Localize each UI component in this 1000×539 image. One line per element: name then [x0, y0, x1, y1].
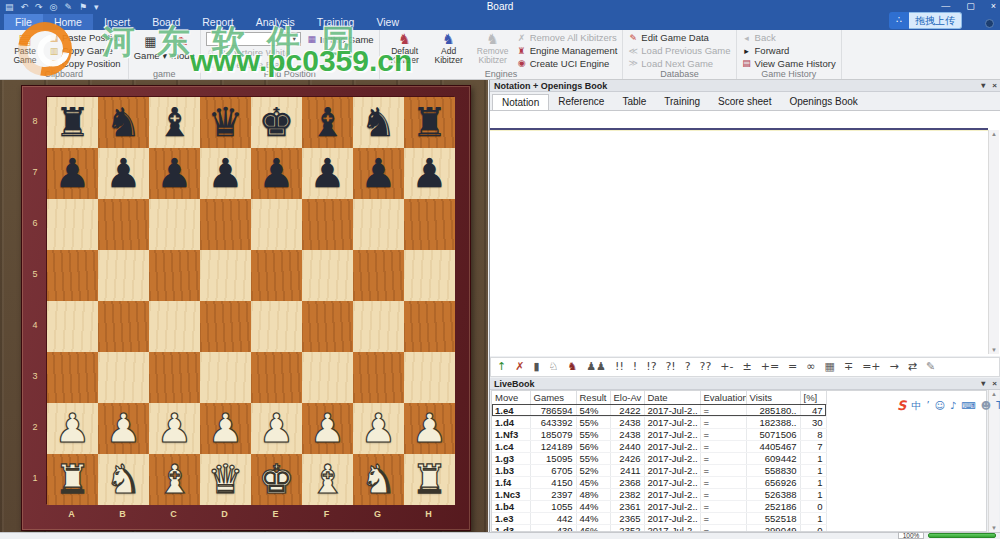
cell-date: 2017-Jul-2..: [644, 440, 700, 452]
square-c4[interactable]: [149, 301, 200, 352]
square-e3[interactable]: [251, 352, 302, 403]
cell-date: 2017-Jul-2..: [644, 512, 700, 524]
ribbon-groups: ▤Paste Game▦Paste Position▥Copy Game▨Cop…: [0, 30, 1000, 79]
square-h7[interactable]: ♟: [404, 148, 455, 199]
create-uci-engine-button[interactable]: ◉Create UCI Engine: [517, 57, 618, 69]
repertoire-white-button[interactable]: ♘Repertoire White: [206, 47, 374, 58]
file-label-h: H: [403, 509, 454, 519]
cell-visits: 285180..: [746, 404, 800, 416]
cell-result: 44%: [576, 512, 610, 524]
square-b2[interactable]: ♟: [98, 403, 149, 454]
white-pawn-piece: ♟: [200, 403, 251, 454]
sogou-logo[interactable]: S: [897, 398, 906, 414]
load-next-game-button[interactable]: ≫Load Next Game: [628, 57, 730, 69]
cell-result: 46%: [576, 524, 610, 532]
ribbon-tab-board[interactable]: Board: [141, 14, 191, 30]
emoji-icon[interactable]: ☺: [935, 398, 945, 414]
scroll-up-icon[interactable]: ▲: [989, 131, 999, 137]
tab-table[interactable]: Table: [613, 94, 655, 110]
file-label-d: D: [199, 509, 250, 519]
black-king-piece: ♚: [251, 97, 302, 148]
black-pawn-piece: ♟: [47, 148, 98, 199]
cell-: 7: [800, 440, 826, 452]
scroll-up-icon[interactable]: ▲: [989, 391, 999, 397]
white-better-icon[interactable]: ±: [742, 358, 751, 376]
cell-elo-av: 2361: [610, 500, 644, 512]
square-d3[interactable]: [200, 352, 251, 403]
square-h3[interactable]: [404, 352, 455, 403]
remove-kibitzer-button[interactable]: ♞Remove Kibitzer: [473, 32, 513, 69]
black-pawn-piece: ♟: [98, 148, 149, 199]
square-a2[interactable]: ♟: [47, 403, 98, 454]
notation-pane[interactable]: ▲ ▼: [490, 110, 1000, 356]
cell-date: 2017-Jul-2..: [644, 452, 700, 464]
forward-button[interactable]: ▸Forward: [742, 45, 836, 57]
rank-label-7: 7: [29, 147, 41, 198]
cell-games: 439: [530, 524, 576, 532]
file-label-b: B: [97, 509, 148, 519]
black-bishop-piece: ♝: [149, 97, 200, 148]
cell-date: 2017-Jul-2..: [644, 404, 700, 416]
paste-game-button[interactable]: ▤Paste Game: [5, 32, 45, 69]
square-f8[interactable]: ♝: [302, 97, 353, 148]
panel-collapse-icon[interactable]: ▾: [981, 80, 985, 91]
add-kibitzer-button[interactable]: ♞Add Kibitzer: [429, 32, 469, 69]
copy-position-button[interactable]: ▨Copy Position: [49, 57, 123, 69]
square-h2[interactable]: ♟: [404, 403, 455, 454]
cell-: 47: [800, 404, 826, 416]
interesting-move-icon[interactable]: !?: [646, 358, 656, 376]
square-b5[interactable]: [98, 250, 149, 301]
edit-game-data-icon: ✎: [628, 33, 638, 43]
scroll-down-icon[interactable]: ▼: [989, 347, 999, 353]
square-d1[interactable]: ♛: [200, 454, 251, 505]
square-a8[interactable]: ♜: [47, 97, 98, 148]
livebook-close-icon[interactable]: ×: [992, 378, 997, 389]
edit-game-data-button[interactable]: ✎Edit Game Data: [628, 32, 730, 44]
white-pawn-piece: ♟: [353, 403, 404, 454]
table-row[interactable]: 1.g31509555%24262017-Jul-2..=6094421: [492, 452, 826, 464]
cell-date: 2017-Jul-2..: [644, 500, 700, 512]
black-better-icon[interactable]: ∓: [844, 358, 853, 376]
tab-notation[interactable]: Notation: [492, 94, 549, 110]
cell-games: 6705: [530, 464, 576, 476]
cell-date: 2017-Jul-2..: [644, 524, 700, 532]
cell-: 1: [800, 464, 826, 476]
white-bishop-piece: ♝: [302, 454, 353, 505]
punctuation-icon[interactable]: ’: [926, 398, 929, 414]
square-f5[interactable]: [302, 250, 353, 301]
default-kibitzer-button[interactable]: ♞Default Kibitzer: [385, 32, 425, 69]
square-c2[interactable]: ♟: [149, 403, 200, 454]
square-e5[interactable]: [251, 250, 302, 301]
square-b3[interactable]: [98, 352, 149, 403]
equal-icon[interactable]: =: [788, 358, 797, 376]
copy-position-icon: ▨: [49, 58, 59, 68]
square-b7[interactable]: ♟: [98, 148, 149, 199]
black-rook-piece: ♜: [404, 97, 455, 148]
white-piece-icon[interactable]: ♘: [549, 358, 559, 376]
status-bar: 100%: [0, 532, 1000, 539]
square-g4[interactable]: [353, 301, 404, 352]
square-h6[interactable]: [404, 199, 455, 250]
cell-visits: 609442: [746, 452, 800, 464]
in-this-game-button[interactable]: ▦In this Game: [307, 33, 374, 45]
rank-label-2: 2: [29, 402, 41, 453]
cell-move: 1.Nc3: [492, 488, 530, 500]
square-h1[interactable]: ♜: [404, 454, 455, 505]
table-row[interactable]: 1.Nc3239748%23822017-Jul-2..=5263881: [492, 488, 826, 500]
ribbon-group-label: Find Position: [201, 69, 379, 79]
sogou-ime-toolbar: S中’☺♪⌨☻T⚒: [894, 398, 1000, 414]
board-eval-icon[interactable]: ▦: [825, 358, 835, 376]
black-knight-piece: ♞: [353, 97, 404, 148]
remove-all-kibitzers-button[interactable]: ✗Remove All Kibitzers: [517, 32, 618, 44]
table-row[interactable]: 1.e344244%23652017-Jul-2..=5525181: [492, 512, 826, 524]
cell-result: 56%: [576, 440, 610, 452]
cell-visits: 526388: [746, 488, 800, 500]
engine-management-button[interactable]: ♜Engine Management: [517, 45, 618, 57]
livebook-title-bar: LiveBook ▾ ×: [490, 378, 1000, 390]
square-g3[interactable]: [353, 352, 404, 403]
ribbon-tab-file[interactable]: File: [4, 14, 43, 30]
ribbon-tab-insert[interactable]: Insert: [93, 14, 141, 30]
tab-reference[interactable]: Reference: [549, 94, 613, 110]
square-a5[interactable]: [47, 250, 98, 301]
black-slightly-better-icon[interactable]: =+: [862, 358, 880, 376]
file-label-g: G: [352, 509, 403, 519]
mode-button[interactable]: ✎mode: [171, 32, 195, 69]
square-e1[interactable]: ♚: [251, 454, 302, 505]
ribbon-group-label: Clipboard: [0, 69, 128, 79]
column-header-date[interactable]: Date: [644, 391, 700, 404]
cell-date: 2017-Jul-2..: [644, 476, 700, 488]
view-game-history-button[interactable]: ▤View Game History: [742, 57, 836, 69]
ribbon-tab-training[interactable]: Training: [306, 14, 366, 30]
square-b6[interactable]: [98, 199, 149, 250]
notation-panel: Notation + Openings Book ▾ × NotationRef…: [489, 80, 1000, 532]
cell-elo-av: 2382: [610, 488, 644, 500]
black-bishop-piece: ♝: [302, 97, 353, 148]
white-winning-icon[interactable]: +-: [720, 358, 733, 376]
good-move-icon[interactable]: !: [633, 358, 637, 376]
square-d7[interactable]: ♟: [200, 148, 251, 199]
paste-game-icon: ▤: [18, 32, 31, 47]
game-menu-button[interactable]: ▦Game ▾: [134, 32, 167, 69]
square-d2[interactable]: ♟: [200, 403, 251, 454]
cell-result: 54%: [576, 404, 610, 416]
board-squares: ♜♞♝♛♚♝♞♜♟♟♟♟♟♟♟♟♟♟♟♟♟♟♟♟♜♞♝♛♚♝♞♜: [46, 96, 454, 504]
copy-game-button[interactable]: ▥Copy Game: [49, 45, 123, 57]
cell-visits: 552518: [746, 512, 800, 524]
upload-cluster-icon: ∴: [889, 12, 909, 29]
white-rook-piece: ♜: [404, 454, 455, 505]
panel-tabs: NotationReferenceTableTrainingScore shee…: [490, 92, 1000, 110]
skin-icon[interactable]: ☻: [981, 398, 991, 414]
cell-: 1: [800, 452, 826, 464]
square-e2[interactable]: ♟: [251, 403, 302, 454]
cell-result: 52%: [576, 464, 610, 476]
cell-: 0: [800, 500, 826, 512]
night-mode-icon[interactable]: T: [996, 398, 1000, 414]
cell-move: 1.d4: [492, 416, 530, 428]
variations-icon[interactable]: ♟♟: [586, 358, 606, 376]
square-e4[interactable]: [251, 301, 302, 352]
eraser-icon[interactable]: ✎: [926, 358, 935, 376]
upload-button-label: 拖拽上传: [909, 12, 962, 29]
ribbon-group-clipboard: ▤Paste Game▦Paste Position▥Copy Game▨Cop…: [0, 30, 129, 79]
restore-button[interactable]: ▢: [966, 0, 975, 13]
table-row[interactable]: 1.b4105544%23612017-Jul-2..=2521860: [492, 500, 826, 512]
position-search-combobox[interactable]: ▾: [206, 32, 301, 46]
white-pawn-piece: ♟: [251, 403, 302, 454]
progress-bar: [928, 533, 996, 538]
cell-date: 2017-Jul-2..: [644, 488, 700, 500]
black-pawn-piece: ♟: [302, 148, 353, 199]
square-d4[interactable]: [200, 301, 251, 352]
square-b8[interactable]: ♞: [98, 97, 149, 148]
square-h4[interactable]: [404, 301, 455, 352]
previous-game-icon: ≪: [628, 46, 638, 56]
cell-evaluation: =: [700, 464, 746, 476]
remove-kibitzer-icon: ♞: [486, 32, 499, 47]
cell-evaluation: =: [700, 524, 746, 532]
square-e6[interactable]: [251, 199, 302, 250]
cell-elo-av: 2411: [610, 464, 644, 476]
close-button[interactable]: ×: [991, 0, 996, 13]
game-header-separator: [490, 128, 988, 130]
game-history-icon: ▤: [742, 58, 752, 68]
back-button[interactable]: ◂Back: [742, 32, 836, 44]
column-header-elo-av[interactable]: Elo-Av: [610, 391, 644, 404]
square-g5[interactable]: [353, 250, 404, 301]
titlebar: ▤↶↷◎✎⚑▾ Board —▢×: [0, 0, 1000, 14]
rank-label-1: 1: [29, 453, 41, 504]
cell-: 0: [800, 524, 826, 532]
ribbon-group-database: ✎Edit Game Data≪Load Previous Game≫Load …: [623, 30, 736, 79]
cell-: 30: [800, 416, 826, 428]
column-header-move[interactable]: Move: [492, 391, 530, 404]
counterplay-icon[interactable]: ⇄: [908, 358, 917, 376]
drag-upload-button[interactable]: ∴ 拖拽上传: [889, 12, 962, 29]
window-title: Board: [0, 1, 1000, 12]
ribbon-group-label: game: [129, 69, 200, 79]
cell-date: 2017-Jul-2..: [644, 464, 700, 476]
column-header-visits[interactable]: Visits: [746, 391, 800, 404]
file-label-a: A: [46, 509, 97, 519]
tab-score-sheet[interactable]: Score sheet: [709, 94, 780, 110]
cell-evaluation: =: [700, 512, 746, 524]
panel-close-icon[interactable]: ×: [992, 80, 997, 91]
repertoire-white-icon: ♘: [206, 48, 216, 58]
cell-visits: 4405467: [746, 440, 800, 452]
annotation-toolbar: ↑✗▮♘♞♟♟!!!!??!???+-±+==∞▦∓=+→⇄✎: [490, 357, 1000, 377]
square-f1[interactable]: ♝: [302, 454, 353, 505]
black-knight-piece: ♞: [98, 97, 149, 148]
square-g8[interactable]: ♞: [353, 97, 404, 148]
cell-games: 4150: [530, 476, 576, 488]
load-previous-game-button[interactable]: ≪Load Previous Game: [628, 45, 730, 57]
square-d8[interactable]: ♛: [200, 97, 251, 148]
table-row[interactable]: 1.e478659454%24222017-Jul-2..=285180..47: [492, 404, 826, 416]
square-c7[interactable]: ♟: [149, 148, 200, 199]
black-pawn-piece: ♟: [353, 148, 404, 199]
square-f3[interactable]: [302, 352, 353, 403]
white-queen-piece: ♛: [200, 454, 251, 505]
insert-move-icon[interactable]: ▮: [533, 358, 539, 376]
livebook-title: LiveBook: [494, 379, 535, 389]
cell-visits: 299049: [746, 524, 800, 532]
livebook-collapse-icon[interactable]: ▾: [981, 378, 985, 389]
rank-label-5: 5: [29, 249, 41, 300]
square-g1[interactable]: ♞: [353, 454, 404, 505]
promote-variation-icon[interactable]: ↑: [497, 358, 506, 376]
ribbon-tab-report[interactable]: Report: [191, 14, 245, 30]
square-e8[interactable]: ♚: [251, 97, 302, 148]
black-piece-icon[interactable]: ♞: [567, 358, 577, 376]
tab-training[interactable]: Training: [655, 94, 709, 110]
panel-title-bar: Notation + Openings Book ▾ ×: [490, 80, 1000, 92]
square-c8[interactable]: ♝: [149, 97, 200, 148]
white-king-piece: ♚: [251, 454, 302, 505]
square-f2[interactable]: ♟: [302, 403, 353, 454]
tab-openings-book[interactable]: Openings Book: [780, 94, 866, 110]
square-g2[interactable]: ♟: [353, 403, 404, 454]
square-h5[interactable]: [404, 250, 455, 301]
cell-games: 2397: [530, 488, 576, 500]
square-c6[interactable]: [149, 199, 200, 250]
square-h8[interactable]: ♜: [404, 97, 455, 148]
chevron-down-icon[interactable]: ▾: [288, 33, 300, 45]
ribbon-group-game-history: ◂Back▸Forward▤View Game HistoryGame Hist…: [737, 30, 842, 79]
square-c5[interactable]: [149, 250, 200, 301]
uci-engine-icon: ◉: [517, 58, 527, 68]
white-pawn-piece: ♟: [149, 403, 200, 454]
zoom-level: 100%: [898, 532, 924, 539]
column-header-games[interactable]: Games: [530, 391, 576, 404]
table-row[interactable]: 1.d464339255%24382017-Jul-2..=182388..30: [492, 416, 826, 428]
cell-result: 45%: [576, 476, 610, 488]
chinese-english-icon[interactable]: 中: [911, 398, 921, 414]
square-e7[interactable]: ♟: [251, 148, 302, 199]
cell-date: 2017-Jul-2..: [644, 428, 700, 440]
white-bishop-piece: ♝: [149, 454, 200, 505]
table-row[interactable]: 1.c412418956%24402017-Jul-2..=44054677: [492, 440, 826, 452]
square-a3[interactable]: [47, 352, 98, 403]
table-row[interactable]: 1.Nf318507955%24382017-Jul-2..=50715068: [492, 428, 826, 440]
table-row[interactable]: 1.d343946%23522017-Jul-2..=2990490: [492, 524, 826, 532]
notation-scrollbar[interactable]: ▲ ▼: [988, 130, 999, 354]
ribbon-group-label: Game History: [737, 69, 841, 79]
square-a4[interactable]: [47, 301, 98, 352]
square-d5[interactable]: [200, 250, 251, 301]
rank-label-4: 4: [29, 300, 41, 351]
default-kibitzer-icon: ♞: [398, 32, 411, 47]
cell-result: 48%: [576, 488, 610, 500]
square-f4[interactable]: [302, 301, 353, 352]
table-row[interactable]: 1.f4415045%23682017-Jul-2..=6569261: [492, 476, 826, 488]
very-good-move-icon[interactable]: !!: [615, 358, 624, 376]
column-header-result[interactable]: Result: [576, 391, 610, 404]
rank-label-6: 6: [29, 198, 41, 249]
board-search-icon: ▦: [307, 34, 317, 44]
cell-result: 44%: [576, 500, 610, 512]
ribbon-tab-view[interactable]: View: [365, 14, 410, 30]
ribbon-tab-home[interactable]: Home: [43, 14, 93, 30]
mistake-icon[interactable]: ?: [685, 358, 691, 376]
square-a7[interactable]: ♟: [47, 148, 98, 199]
cell-visits: 252186: [746, 500, 800, 512]
cell-games: 1055: [530, 500, 576, 512]
cell-move: 1.g3: [492, 452, 530, 464]
cell-evaluation: =: [700, 440, 746, 452]
voice-input-icon[interactable]: ♪: [950, 398, 956, 414]
cell-elo-av: 2438: [610, 428, 644, 440]
soft-keyboard-icon[interactable]: ⌨: [961, 398, 975, 414]
black-pawn-piece: ♟: [404, 148, 455, 199]
square-f6[interactable]: [302, 199, 353, 250]
square-a1[interactable]: ♜: [47, 454, 98, 505]
cell-move: 1.b4: [492, 500, 530, 512]
column-header-[interactable]: [%]: [800, 391, 826, 404]
cell-move: 1.d3: [492, 524, 530, 532]
chess-board: ♜♞♝♛♚♝♞♜♟♟♟♟♟♟♟♟♟♟♟♟♟♟♟♟♜♞♝♛♚♝♞♜ 8765432…: [21, 85, 471, 531]
cell-result: 55%: [576, 428, 610, 440]
scroll-down-icon[interactable]: ▼: [989, 525, 999, 531]
unclear-icon[interactable]: ∞: [806, 358, 815, 376]
ribbon-group-find-position: ▾▦In this Game♘Repertoire White♞Repertoi…: [201, 30, 380, 79]
rank-label-3: 3: [29, 351, 41, 402]
white-slightly-better-icon[interactable]: +=: [761, 358, 779, 376]
column-header-evaluation[interactable]: Evaluation: [700, 391, 746, 404]
file-label-c: C: [148, 509, 199, 519]
square-c1[interactable]: ♝: [149, 454, 200, 505]
black-queen-piece: ♛: [200, 97, 251, 148]
file-label-e: E: [250, 509, 301, 519]
square-a6[interactable]: [47, 199, 98, 250]
white-pawn-piece: ♟: [404, 403, 455, 454]
cell-evaluation: =: [700, 416, 746, 428]
cell-visits: 182388..: [746, 416, 800, 428]
cell-games: 442: [530, 512, 576, 524]
ribbon-tab-analysis[interactable]: Analysis: [245, 14, 306, 30]
square-g7[interactable]: ♟: [353, 148, 404, 199]
square-f7[interactable]: ♟: [302, 148, 353, 199]
help-icon[interactable]: [985, 19, 994, 28]
delete-variation-icon[interactable]: ✗: [515, 358, 524, 376]
blunder-icon[interactable]: ??: [700, 358, 712, 376]
new-position-icon: ▦: [144, 35, 156, 48]
square-c3[interactable]: [149, 352, 200, 403]
table-row[interactable]: 1.b3670552%24112017-Jul-2..=5588301: [492, 464, 826, 476]
square-b4[interactable]: [98, 301, 149, 352]
cell-evaluation: =: [700, 404, 746, 416]
square-d6[interactable]: [200, 199, 251, 250]
cell-: 1: [800, 512, 826, 524]
square-b1[interactable]: ♞: [98, 454, 149, 505]
paste-position-button[interactable]: ▦Paste Position: [49, 32, 123, 44]
copy-game-icon: ▥: [49, 46, 59, 56]
attack-icon[interactable]: →: [890, 358, 899, 376]
ribbon-group-engines: ♞Default Kibitzer♞Add Kibitzer♞Remove Ki…: [380, 30, 624, 79]
cell-evaluation: =: [700, 476, 746, 488]
cell-move: 1.b3: [492, 464, 530, 476]
ribbon-group-label: Database: [623, 69, 735, 79]
dubious-move-icon[interactable]: ?!: [665, 358, 675, 376]
square-g6[interactable]: [353, 199, 404, 250]
cell-: 1: [800, 488, 826, 500]
white-knight-piece: ♞: [98, 454, 149, 505]
